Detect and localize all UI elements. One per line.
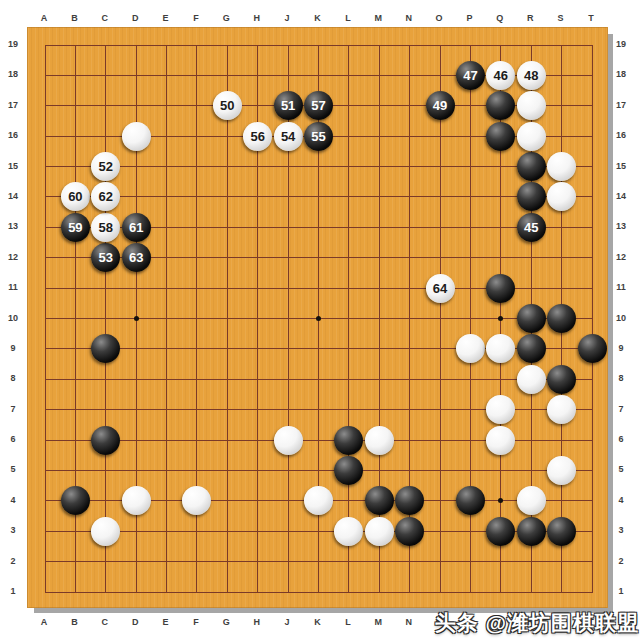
stone-black-R13-move-45[interactable]: 45	[517, 213, 546, 242]
column-label-bottom-A: A	[41, 617, 48, 627]
stone-white-Q6[interactable]	[486, 426, 515, 455]
stone-white-Q7[interactable]	[486, 395, 515, 424]
stone-black-P18-move-47[interactable]: 47	[456, 61, 485, 90]
grid-line-vertical	[440, 45, 441, 593]
stone-white-Q9[interactable]	[486, 334, 515, 363]
row-label-left-13: 13	[8, 221, 18, 231]
row-label-right-18: 18	[616, 69, 626, 79]
column-label-top-H: H	[253, 13, 260, 23]
stone-white-R18-move-48[interactable]: 48	[517, 61, 546, 90]
star-point-Q10	[498, 316, 503, 321]
row-label-left-15: 15	[8, 161, 18, 171]
stone-white-D4[interactable]	[122, 486, 151, 515]
row-label-right-16: 16	[616, 130, 626, 140]
stone-black-Q17[interactable]	[486, 91, 515, 120]
stone-white-D16[interactable]	[122, 122, 151, 151]
row-label-right-8: 8	[618, 373, 623, 383]
stone-white-O11-move-64[interactable]: 64	[426, 274, 455, 303]
column-label-top-M: M	[375, 13, 383, 23]
star-point-Q4	[498, 498, 503, 503]
stone-black-Q11[interactable]	[486, 274, 515, 303]
column-label-top-B: B	[71, 13, 78, 23]
column-label-bottom-L: L	[345, 617, 351, 627]
column-label-bottom-F: F	[193, 617, 199, 627]
column-label-top-S: S	[558, 13, 564, 23]
row-label-left-2: 2	[10, 556, 15, 566]
stone-black-D13-move-61[interactable]: 61	[122, 213, 151, 242]
stone-white-J16-move-54[interactable]: 54	[274, 122, 303, 151]
stone-black-B4[interactable]	[61, 486, 90, 515]
row-label-right-12: 12	[616, 252, 626, 262]
grid-line-horizontal	[45, 45, 593, 46]
column-label-top-L: L	[345, 13, 351, 23]
stone-white-M6[interactable]	[365, 426, 394, 455]
stone-black-O17-move-49[interactable]: 49	[426, 91, 455, 120]
column-label-top-K: K	[314, 13, 321, 23]
row-label-left-17: 17	[8, 100, 18, 110]
stone-white-G17-move-50[interactable]: 50	[213, 91, 242, 120]
column-label-bottom-N: N	[405, 617, 412, 627]
stone-black-P4[interactable]	[456, 486, 485, 515]
stone-black-D12-move-63[interactable]: 63	[122, 243, 151, 272]
column-label-top-R: R	[527, 13, 534, 23]
row-label-right-5: 5	[618, 464, 623, 474]
stone-white-S15[interactable]	[547, 152, 576, 181]
grid-line-vertical	[45, 45, 46, 593]
row-label-right-17: 17	[616, 100, 626, 110]
grid-line-horizontal	[45, 379, 593, 380]
stone-black-R14[interactable]	[517, 182, 546, 211]
stone-white-B14-move-60[interactable]: 60	[61, 182, 90, 211]
stone-black-R9[interactable]	[517, 334, 546, 363]
stone-white-S14[interactable]	[547, 182, 576, 211]
stone-black-S8[interactable]	[547, 365, 576, 394]
stone-white-R4[interactable]	[517, 486, 546, 515]
row-label-left-4: 4	[10, 495, 15, 505]
column-label-top-C: C	[102, 13, 109, 23]
stone-white-S7[interactable]	[547, 395, 576, 424]
stone-white-Q18-move-46[interactable]: 46	[486, 61, 515, 90]
column-label-top-J: J	[285, 13, 290, 23]
stone-white-C13-move-58[interactable]: 58	[91, 213, 120, 242]
grid-line-horizontal	[45, 592, 593, 593]
row-label-left-3: 3	[10, 525, 15, 535]
row-label-left-5: 5	[10, 464, 15, 474]
grid-line-vertical	[348, 45, 349, 593]
column-label-bottom-G: G	[223, 617, 230, 627]
row-label-left-18: 18	[8, 69, 18, 79]
row-label-right-14: 14	[616, 191, 626, 201]
star-point-K10	[316, 316, 321, 321]
stone-white-H16-move-56[interactable]: 56	[243, 122, 272, 151]
column-label-bottom-J: J	[285, 617, 290, 627]
row-label-right-4: 4	[618, 495, 623, 505]
stone-white-C15-move-52[interactable]: 52	[91, 152, 120, 181]
row-label-right-11: 11	[616, 282, 626, 292]
row-label-left-8: 8	[10, 373, 15, 383]
stone-black-S10[interactable]	[547, 304, 576, 333]
column-label-top-F: F	[193, 13, 199, 23]
column-label-bottom-M: M	[375, 617, 383, 627]
stone-white-F4[interactable]	[182, 486, 211, 515]
column-label-bottom-C: C	[102, 617, 109, 627]
stone-black-L6[interactable]	[334, 426, 363, 455]
row-label-right-7: 7	[618, 404, 623, 414]
stone-black-N3[interactable]	[395, 517, 424, 546]
column-label-top-T: T	[588, 13, 594, 23]
row-label-left-14: 14	[8, 191, 18, 201]
row-label-left-10: 10	[8, 313, 18, 323]
stone-black-Q3[interactable]	[486, 517, 515, 546]
column-label-bottom-H: H	[253, 617, 260, 627]
stone-black-R10[interactable]	[517, 304, 546, 333]
go-diagram: 4546474849505152535455565758596061626364…	[0, 0, 640, 640]
grid-line-vertical	[227, 45, 228, 593]
stone-black-C12-move-53[interactable]: 53	[91, 243, 120, 272]
column-label-top-Q: Q	[496, 13, 503, 23]
stone-black-T9[interactable]	[578, 334, 607, 363]
stone-white-R17[interactable]	[517, 91, 546, 120]
watermark: 头条 @潍坊围棋联盟	[435, 609, 639, 637]
grid-line-horizontal	[45, 561, 593, 562]
stone-white-K4[interactable]	[304, 486, 333, 515]
row-label-left-6: 6	[10, 434, 15, 444]
column-label-top-N: N	[405, 13, 412, 23]
column-label-bottom-E: E	[163, 617, 169, 627]
row-label-left-11: 11	[8, 282, 18, 292]
stone-black-C6[interactable]	[91, 426, 120, 455]
stone-white-R8[interactable]	[517, 365, 546, 394]
column-label-bottom-B: B	[71, 617, 78, 627]
row-label-right-2: 2	[618, 556, 623, 566]
go-board[interactable]: 4546474849505152535455565758596061626364	[27, 27, 608, 608]
grid-line-horizontal	[45, 470, 593, 471]
row-label-right-13: 13	[616, 221, 626, 231]
column-label-top-A: A	[41, 13, 48, 23]
row-label-left-19: 19	[8, 39, 18, 49]
column-label-top-G: G	[223, 13, 230, 23]
stone-black-S3[interactable]	[547, 517, 576, 546]
star-point-D10	[134, 316, 139, 321]
stone-black-B13-move-59[interactable]: 59	[61, 213, 90, 242]
column-label-top-E: E	[163, 13, 169, 23]
stone-white-P9[interactable]	[456, 334, 485, 363]
stone-black-K16-move-55[interactable]: 55	[304, 122, 333, 151]
stone-white-M3[interactable]	[365, 517, 394, 546]
column-label-top-D: D	[132, 13, 139, 23]
grid-line-vertical	[592, 45, 593, 593]
stone-black-J17-move-51[interactable]: 51	[274, 91, 303, 120]
row-label-right-15: 15	[616, 161, 626, 171]
stone-white-C14-move-62[interactable]: 62	[91, 182, 120, 211]
row-label-right-9: 9	[618, 343, 623, 353]
stone-black-L5[interactable]	[334, 456, 363, 485]
row-label-left-9: 9	[10, 343, 15, 353]
row-label-left-1: 1	[10, 586, 15, 596]
row-label-right-3: 3	[618, 525, 623, 535]
stone-white-L3[interactable]	[334, 517, 363, 546]
row-label-right-19: 19	[616, 39, 626, 49]
row-label-left-7: 7	[10, 404, 15, 414]
grid-line-horizontal	[45, 166, 593, 167]
stone-black-C9[interactable]	[91, 334, 120, 363]
row-label-left-16: 16	[8, 130, 18, 140]
stone-black-Q16[interactable]	[486, 122, 515, 151]
column-label-top-P: P	[466, 13, 472, 23]
column-label-bottom-K: K	[314, 617, 321, 627]
stone-white-J6[interactable]	[274, 426, 303, 455]
row-label-right-6: 6	[618, 434, 623, 444]
grid-line-vertical	[105, 45, 106, 593]
row-label-right-10: 10	[616, 313, 626, 323]
row-label-right-1: 1	[618, 586, 623, 596]
stone-black-M4[interactable]	[365, 486, 394, 515]
row-label-left-12: 12	[8, 252, 18, 262]
grid-line-vertical	[166, 45, 167, 593]
stone-black-K17-move-57[interactable]: 57	[304, 91, 333, 120]
column-label-bottom-D: D	[132, 617, 139, 627]
stone-white-S5[interactable]	[547, 456, 576, 485]
column-label-top-O: O	[436, 13, 443, 23]
stone-black-R3[interactable]	[517, 517, 546, 546]
stone-black-R15[interactable]	[517, 152, 546, 181]
stone-white-C3[interactable]	[91, 517, 120, 546]
stone-white-R16[interactable]	[517, 122, 546, 151]
grid-line-horizontal	[45, 196, 593, 197]
stone-black-N4[interactable]	[395, 486, 424, 515]
